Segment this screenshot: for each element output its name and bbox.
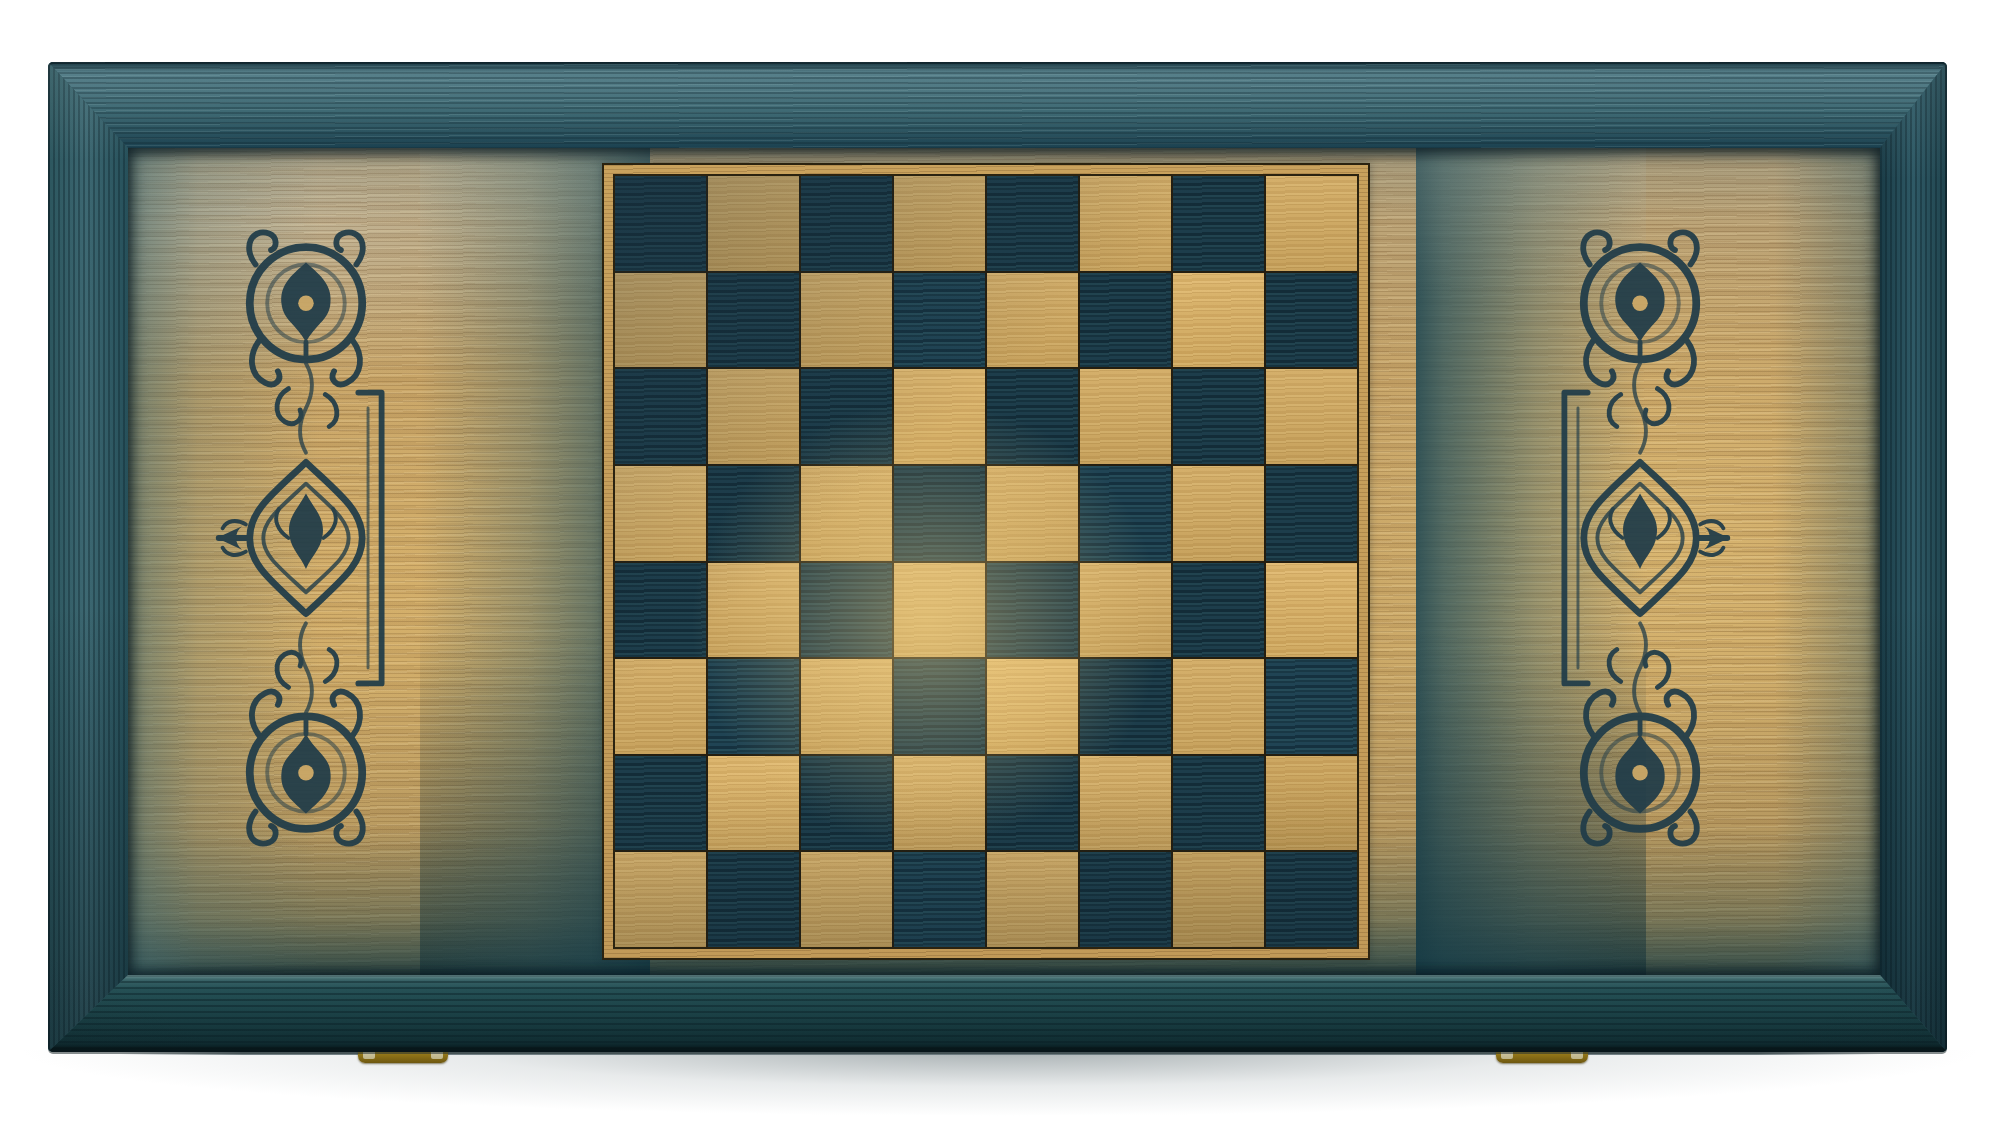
square-r4c5-light	[1080, 563, 1171, 658]
square-r1c0-light	[615, 273, 706, 368]
square-r0c0-dark	[615, 176, 706, 271]
square-r1c5-dark	[1080, 273, 1171, 368]
square-r4c6-dark	[1173, 563, 1264, 658]
square-r3c1-dark	[708, 466, 799, 561]
frame-bar-left	[48, 62, 128, 1052]
square-r1c4-light	[987, 273, 1078, 368]
square-r5c1-dark	[708, 659, 799, 754]
square-r7c2-light	[801, 852, 892, 947]
square-r7c1-dark	[708, 852, 799, 947]
square-r4c2-dark	[801, 563, 892, 658]
chessboard-grid	[615, 176, 1357, 947]
square-r6c6-dark	[1173, 756, 1264, 851]
square-r6c7-light	[1266, 756, 1357, 851]
square-r6c2-dark	[801, 756, 892, 851]
square-r2c4-dark	[987, 369, 1078, 464]
square-r0c2-dark	[801, 176, 892, 271]
square-r0c3-light	[894, 176, 985, 271]
square-r1c7-dark	[1266, 273, 1357, 368]
square-r1c3-dark	[894, 273, 985, 368]
square-r5c7-dark	[1266, 659, 1357, 754]
square-r7c3-dark	[894, 852, 985, 947]
square-r3c2-light	[801, 466, 892, 561]
frame-bar-right	[1880, 62, 1947, 1052]
chessboard	[602, 163, 1370, 960]
square-r2c2-dark	[801, 369, 892, 464]
square-r4c1-light	[708, 563, 799, 658]
square-r2c6-dark	[1173, 369, 1264, 464]
square-r7c0-light	[615, 852, 706, 947]
square-r3c5-dark	[1080, 466, 1171, 561]
square-r5c0-light	[615, 659, 706, 754]
arabesque-ornament-right	[1548, 218, 1734, 858]
ground-shadow	[20, 1050, 1980, 1116]
square-r4c0-dark	[615, 563, 706, 658]
square-r5c6-light	[1173, 659, 1264, 754]
square-r2c0-dark	[615, 369, 706, 464]
square-r7c5-dark	[1080, 852, 1171, 947]
square-r0c5-light	[1080, 176, 1171, 271]
product-photo: Folding wooden game-box lid with engrave…	[0, 0, 2000, 1125]
square-r6c4-dark	[987, 756, 1078, 851]
square-r5c3-dark	[894, 659, 985, 754]
square-r1c6-light	[1173, 273, 1264, 368]
square-r5c4-light	[987, 659, 1078, 754]
square-r7c4-light	[987, 852, 1078, 947]
chessboard-inner-border	[613, 174, 1359, 949]
square-r3c0-light	[615, 466, 706, 561]
square-r3c7-dark	[1266, 466, 1357, 561]
square-r3c4-light	[987, 466, 1078, 561]
square-r6c0-dark	[615, 756, 706, 851]
square-r0c4-dark	[987, 176, 1078, 271]
square-r7c6-light	[1173, 852, 1264, 947]
arabesque-ornament-left	[212, 218, 398, 858]
square-r1c1-dark	[708, 273, 799, 368]
square-r2c7-light	[1266, 369, 1357, 464]
square-r2c1-light	[708, 369, 799, 464]
frame-bar-bottom	[48, 975, 1947, 1052]
square-r1c2-light	[801, 273, 892, 368]
square-r4c4-dark	[987, 563, 1078, 658]
square-r3c3-dark	[894, 466, 985, 561]
square-r0c1-light	[708, 176, 799, 271]
square-r6c1-light	[708, 756, 799, 851]
square-r2c5-light	[1080, 369, 1171, 464]
square-r2c3-light	[894, 369, 985, 464]
square-r6c3-light	[894, 756, 985, 851]
square-r0c6-dark	[1173, 176, 1264, 271]
square-r4c7-light	[1266, 563, 1357, 658]
frame-bar-top	[48, 62, 1947, 148]
square-r6c5-light	[1080, 756, 1171, 851]
square-r5c2-light	[801, 659, 892, 754]
square-r3c6-light	[1173, 466, 1264, 561]
square-r5c5-dark	[1080, 659, 1171, 754]
square-r4c3-light	[894, 563, 985, 658]
square-r0c7-light	[1266, 176, 1357, 271]
square-r7c7-dark	[1266, 852, 1357, 947]
game-box-lid	[48, 62, 1947, 1052]
